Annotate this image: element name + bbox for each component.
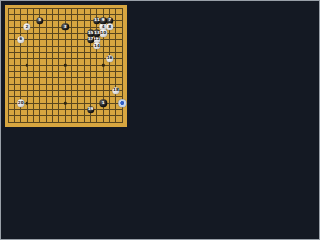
window-background: 1234567891011121314151617181920 xyxy=(0,0,130,130)
black-stone-move-19[interactable]: 19 xyxy=(87,106,94,113)
grid-line xyxy=(8,115,123,116)
grid-line xyxy=(71,8,72,123)
grid-line xyxy=(8,77,123,78)
white-stone-move-2[interactable]: 2 xyxy=(23,23,30,30)
white-stone-move-14[interactable]: 14 xyxy=(93,42,100,49)
grid-line xyxy=(115,8,116,123)
grid-line xyxy=(8,96,123,97)
white-stone-move-6[interactable]: 6 xyxy=(17,36,24,43)
white-stone-move-20[interactable]: 20 xyxy=(17,100,24,107)
black-stone-move-3[interactable]: 3 xyxy=(61,23,68,30)
black-stone-move-5[interactable]: 5 xyxy=(36,17,43,24)
board-frame: 1234567891011121314151617181920 xyxy=(1,1,130,130)
grid-line xyxy=(8,84,123,85)
grid-line xyxy=(8,109,123,110)
grid-line xyxy=(77,8,78,123)
black-stone-move-11[interactable]: 11 xyxy=(93,17,100,24)
white-stone-move-8[interactable]: 8 xyxy=(106,23,113,30)
go-board[interactable]: 1234567891011121314151617181920 xyxy=(5,5,127,127)
black-stone-move-1[interactable]: 1 xyxy=(100,100,107,107)
grid-line xyxy=(8,90,123,91)
black-stone-move-17[interactable]: 17 xyxy=(87,36,94,43)
grid-line xyxy=(84,8,85,123)
grid-line xyxy=(8,71,123,72)
white-stone-move-16[interactable]: 16 xyxy=(106,55,113,62)
blue-marked-stone[interactable] xyxy=(119,100,126,107)
grid-line xyxy=(96,8,97,123)
white-stone-move-18[interactable]: 18 xyxy=(112,87,119,94)
white-stone-move-10[interactable]: 10 xyxy=(100,30,107,37)
black-stone-move-9[interactable]: 9 xyxy=(100,17,107,24)
black-stone-move-13[interactable]: 13 xyxy=(93,30,100,37)
grid-line xyxy=(8,122,123,123)
